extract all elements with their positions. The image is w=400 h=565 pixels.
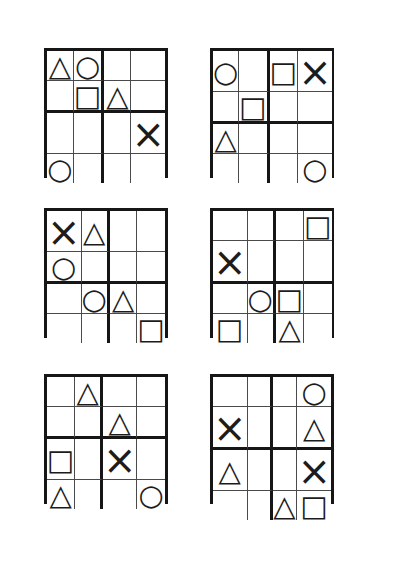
board-1-cell-r4c2 [74, 154, 104, 183]
board-1-cell-r3c3 [104, 113, 131, 154]
board-1: △○□△×○ [44, 48, 168, 178]
board-3-cell-r1c2: △ [82, 211, 110, 252]
board-6-cell-r2c2 [248, 407, 273, 450]
board-5-cell-r2c1 [47, 407, 75, 439]
board-4-cell-r1c2 [248, 211, 276, 241]
board-2-cell-r4c3 [270, 154, 298, 183]
board-4: □×○□□△ [210, 208, 334, 338]
square-symbol: □ [301, 492, 328, 521]
board-3-cell-r3c2: ○ [82, 284, 110, 314]
board-4-cell-r2c4 [304, 241, 331, 284]
board-6-cell-r3c4: × [297, 450, 331, 491]
cross-symbol: × [131, 114, 165, 154]
board-3-cell-r2c1: ○ [47, 252, 82, 284]
board-1-cell-r2c3: △ [104, 81, 131, 113]
board-5-cell-r1c4 [137, 377, 165, 407]
board-3-cell-r1c1: × [47, 211, 82, 252]
board-3-cell-r1c3 [110, 211, 138, 252]
board-3-cell-r4c4: □ [137, 314, 165, 343]
board-6-cell-r4c4: □ [297, 491, 331, 520]
board-5-cell-r4c3 [103, 480, 138, 509]
board-3-cell-r4c3 [110, 314, 138, 343]
board-1-cell-r4c4 [131, 154, 165, 183]
board-6-cell-r2c4: △ [297, 407, 331, 450]
triangle-symbol: △ [49, 52, 71, 81]
square-symbol: □ [216, 315, 243, 344]
board-4-cell-r2c2 [248, 241, 276, 284]
board-4-cell-r4c2 [248, 314, 276, 343]
triangle-symbol: △ [112, 285, 134, 314]
board-4-cell-r4c1: □ [213, 314, 248, 343]
circle-symbol: ○ [75, 52, 100, 81]
triangle-symbol: △ [273, 492, 295, 521]
board-3-cell-r2c2 [82, 252, 110, 284]
triangle-symbol: △ [278, 315, 300, 344]
board-6-cell-r1c1 [213, 377, 248, 407]
board-5-cell-r2c4 [137, 407, 165, 439]
board-2-cell-r3c2 [239, 124, 269, 154]
board-6-cell-r1c2 [248, 377, 273, 407]
board-1-cell-r3c2 [74, 113, 104, 154]
board-6-cell-r4c1 [213, 491, 248, 520]
board-3-cell-r4c2 [82, 314, 110, 343]
board-1-cell-r2c2: □ [74, 81, 104, 113]
board-2-cell-r4c4: ○ [298, 154, 332, 183]
board-5-cell-r4c1: △ [47, 480, 75, 509]
circle-symbol: ○ [302, 155, 327, 184]
square-symbol: □ [74, 82, 101, 111]
board-1-cell-r2c4 [131, 81, 165, 113]
board-1-cell-r1c4 [131, 51, 165, 81]
board-6-cell-r1c3 [273, 377, 298, 407]
square-symbol: □ [239, 93, 266, 122]
triangle-symbol: △ [50, 481, 72, 510]
board-6-cell-r3c2 [248, 450, 273, 491]
board-5-cell-r2c2 [75, 407, 103, 439]
board-2-cell-r3c3 [270, 124, 298, 154]
board-2-cell-r4c1 [213, 154, 239, 183]
board-2-cell-r1c3: □ [270, 51, 298, 92]
board-3-cell-r2c4 [137, 252, 165, 284]
board-4-cell-r4c4 [304, 314, 331, 343]
board-5-cell-r1c1 [47, 377, 75, 407]
board-5-cell-r3c4 [137, 439, 165, 480]
cross-symbol: × [213, 408, 247, 448]
board-4-cell-r2c3 [276, 241, 304, 284]
board-2-cell-r2c4 [298, 92, 332, 124]
square-symbol: □ [47, 446, 74, 475]
board-1-cell-r4c1: ○ [47, 154, 74, 183]
board-5-cell-r3c2 [75, 439, 103, 480]
board-1-cell-r4c3 [104, 154, 131, 183]
triangle-symbol: △ [77, 378, 99, 407]
circle-symbol: ○ [82, 285, 107, 314]
square-symbol: □ [276, 285, 303, 314]
board-2-cell-r2c3 [270, 92, 298, 124]
triangle-symbol: △ [106, 82, 128, 111]
board-1-cell-r3c4: × [131, 113, 165, 154]
board-5-cell-r2c3: △ [103, 407, 138, 439]
board-1-cell-r2c1 [47, 81, 74, 113]
board-4-cell-r1c4: □ [304, 211, 331, 241]
circle-symbol: ○ [47, 155, 72, 184]
board-3-cell-r3c4 [137, 284, 165, 314]
puzzle-worksheet-page: △○□△×○ ○□×□△○ ×△○○△□ □×○□□△ △△□×△○ ○×△△×… [0, 0, 400, 565]
triangle-symbol: △ [83, 218, 105, 247]
circle-symbol: ○ [248, 285, 273, 314]
board-5-cell-r4c4: ○ [137, 480, 165, 509]
square-symbol: □ [270, 58, 297, 87]
circle-symbol: ○ [213, 58, 238, 87]
triangle-symbol: △ [303, 414, 325, 443]
board-5-cell-r1c2: △ [75, 377, 103, 407]
square-symbol: □ [138, 315, 165, 344]
board-6-cell-r3c3 [273, 450, 298, 491]
board-6-cell-r3c1: △ [213, 450, 248, 491]
board-4-cell-r1c1 [213, 211, 248, 241]
board-3-cell-r1c4 [137, 211, 165, 252]
board-2-cell-r3c4 [298, 124, 332, 154]
board-3-cell-r3c3: △ [110, 284, 138, 314]
board-3-cell-r4c1 [47, 314, 82, 343]
board-1-cell-r1c2: ○ [74, 51, 104, 81]
board-1-cell-r1c1: △ [47, 51, 74, 81]
cross-symbol: × [47, 212, 81, 252]
cross-symbol: × [297, 451, 331, 491]
board-2: ○□×□△○ [210, 48, 334, 178]
circle-symbol: ○ [139, 481, 164, 510]
board-2-cell-r2c2: □ [239, 92, 269, 124]
board-4-cell-r3c3: □ [276, 284, 304, 314]
board-5-cell-r4c2 [75, 480, 103, 509]
board-4-cell-r2c1: × [213, 241, 248, 284]
cross-symbol: × [103, 440, 137, 480]
triangle-symbol: △ [215, 125, 237, 154]
board-2-cell-r2c1 [213, 92, 239, 124]
board-2-cell-r4c2 [239, 154, 269, 183]
board-4-cell-r3c1 [213, 284, 248, 314]
board-6: ○×△△×△□ [210, 374, 334, 504]
board-1-cell-r1c3 [104, 51, 131, 81]
cross-symbol: × [298, 52, 332, 92]
board-2-cell-r3c1: △ [213, 124, 239, 154]
circle-symbol: ○ [51, 253, 76, 282]
triangle-symbol: △ [109, 408, 131, 437]
board-4-cell-r3c4 [304, 284, 331, 314]
circle-symbol: ○ [302, 378, 327, 407]
board-4-cell-r4c3: △ [276, 314, 304, 343]
board-3-cell-r2c3 [110, 252, 138, 284]
board-5-cell-r3c3: × [103, 439, 138, 480]
cross-symbol: × [213, 242, 247, 282]
board-6-cell-r1c4: ○ [297, 377, 331, 407]
square-symbol: □ [304, 212, 331, 241]
board-2-cell-r1c1: ○ [213, 51, 239, 92]
board-6-cell-r4c2 [248, 491, 273, 520]
board-3-cell-r3c1 [47, 284, 82, 314]
board-4-cell-r3c2: ○ [248, 284, 276, 314]
board-5-cell-r1c3 [103, 377, 138, 407]
board-6-cell-r2c1: × [213, 407, 248, 450]
board-2-cell-r1c4: × [298, 51, 332, 92]
board-5-cell-r3c1: □ [47, 439, 75, 480]
board-5: △△□×△○ [44, 374, 168, 504]
board-6-cell-r2c3 [273, 407, 298, 450]
triangle-symbol: △ [219, 457, 241, 486]
board-1-cell-r3c1 [47, 113, 74, 154]
board-2-cell-r1c2 [239, 51, 269, 92]
board-4-cell-r1c3 [276, 211, 304, 241]
board-6-cell-r4c3: △ [273, 491, 298, 520]
board-3: ×△○○△□ [44, 208, 168, 338]
